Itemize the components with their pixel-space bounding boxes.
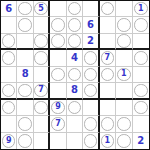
odd-circle — [134, 101, 148, 115]
cell-r6c5[interactable]: 8 — [67, 83, 83, 99]
odd-circle — [2, 34, 16, 48]
cell-r5c9[interactable] — [133, 67, 149, 83]
cell-r2c3[interactable] — [34, 17, 50, 33]
odd-circle — [18, 117, 32, 131]
odd-circle: 7 — [34, 84, 48, 98]
odd-circle: 5 — [34, 2, 48, 16]
given-digit: 5 — [38, 5, 44, 13]
cell-r6c3[interactable]: 7 — [34, 83, 50, 99]
odd-circle — [68, 18, 82, 32]
given-digit: 1 — [105, 137, 111, 145]
cell-r2c6[interactable]: 6 — [83, 17, 99, 33]
given-digit: 6 — [5, 4, 12, 14]
cell-r4c3[interactable] — [34, 50, 50, 66]
odd-circle — [117, 34, 131, 48]
given-digit: 2 — [137, 136, 144, 146]
odd-circle — [134, 51, 148, 65]
odd-circle — [84, 134, 98, 148]
cell-r3c1[interactable] — [1, 34, 17, 50]
cell-r6c6[interactable] — [83, 83, 99, 99]
cell-r4c6[interactable] — [83, 50, 99, 66]
cell-r3c4[interactable] — [50, 34, 66, 50]
cell-r3c5[interactable] — [67, 34, 83, 50]
given-digit: 7 — [105, 54, 111, 62]
cell-r3c9[interactable] — [133, 34, 149, 50]
given-digit: 4 — [71, 53, 78, 63]
given-digit: 8 — [71, 85, 78, 95]
odd-circle — [18, 2, 32, 16]
cell-r8c4[interactable]: 7 — [50, 116, 66, 132]
odd-circle — [34, 34, 48, 48]
cell-r7c8[interactable] — [116, 100, 132, 116]
odd-circle — [2, 84, 16, 98]
cell-r4c1[interactable] — [1, 50, 17, 66]
cell-r2c5[interactable] — [67, 17, 83, 33]
odd-circle — [68, 34, 82, 48]
cell-r3c3[interactable] — [34, 34, 50, 50]
cell-r5c1[interactable] — [1, 67, 17, 83]
odd-circle — [68, 68, 82, 82]
given-digit: 8 — [22, 69, 29, 79]
cell-r2c8[interactable] — [116, 17, 132, 33]
cell-r5c7[interactable] — [100, 67, 116, 83]
given-digit: 1 — [138, 5, 144, 13]
cell-r6c9[interactable] — [133, 83, 149, 99]
cell-r4c4[interactable] — [50, 50, 66, 66]
odd-circle — [68, 101, 82, 115]
cell-r7c5[interactable] — [67, 100, 83, 116]
odd-circle — [18, 84, 32, 98]
odd-circle: 9 — [2, 134, 16, 148]
given-digit: 2 — [87, 36, 94, 46]
cell-r6c1[interactable] — [1, 83, 17, 99]
cell-r6c4[interactable] — [50, 83, 66, 99]
odd-circle — [84, 51, 98, 65]
cell-r3c7[interactable] — [100, 34, 116, 50]
sudoku-board: 6516247817897912 — [0, 0, 150, 150]
cell-r9c7[interactable]: 1 — [100, 133, 116, 149]
cell-r9c2[interactable] — [17, 133, 33, 149]
odd-circle — [18, 134, 32, 148]
cell-r7c9[interactable] — [133, 100, 149, 116]
odd-circle — [2, 51, 16, 65]
cell-r8c5[interactable] — [67, 116, 83, 132]
odd-circle — [34, 101, 48, 115]
odd-circle — [101, 2, 115, 16]
cell-r3c8[interactable] — [116, 34, 132, 50]
given-digit: 7 — [38, 86, 44, 94]
odd-circle — [68, 2, 82, 16]
odd-circle — [117, 134, 131, 148]
cell-r2c2[interactable] — [17, 17, 33, 33]
odd-circle — [84, 84, 98, 98]
cell-r7c2[interactable] — [17, 100, 33, 116]
odd-circle — [34, 51, 48, 65]
odd-circle: 1 — [101, 134, 115, 148]
odd-circle: 9 — [51, 101, 65, 115]
odd-circle — [84, 68, 98, 82]
cell-r9c8[interactable] — [116, 133, 132, 149]
cell-r2c9[interactable] — [133, 17, 149, 33]
cell-r9c6[interactable] — [83, 133, 99, 149]
odd-circle: 7 — [51, 117, 65, 131]
cell-r8c7[interactable] — [100, 116, 116, 132]
cell-r8c8[interactable] — [116, 116, 132, 132]
odd-circle — [134, 18, 148, 32]
cell-r1c6[interactable] — [83, 1, 99, 17]
cell-r6c7[interactable] — [100, 83, 116, 99]
given-digit: 7 — [55, 120, 61, 128]
cell-r6c2[interactable] — [17, 83, 33, 99]
cell-r5c4[interactable] — [50, 67, 66, 83]
cell-r1c3[interactable]: 5 — [34, 1, 50, 17]
cell-r3c6[interactable]: 2 — [83, 34, 99, 50]
cell-r1c5[interactable] — [67, 1, 83, 17]
cell-r1c7[interactable] — [100, 1, 116, 17]
odd-circle — [101, 117, 115, 131]
cell-r5c2[interactable]: 8 — [17, 67, 33, 83]
odd-circle: 7 — [101, 51, 115, 65]
cell-r8c2[interactable] — [17, 116, 33, 132]
cell-r1c1[interactable]: 6 — [1, 1, 17, 17]
cell-r9c3[interactable] — [34, 133, 50, 149]
cell-r1c4[interactable] — [50, 1, 66, 17]
cell-r4c2[interactable] — [17, 50, 33, 66]
cell-r4c9[interactable] — [133, 50, 149, 66]
cell-r9c4[interactable] — [50, 133, 66, 149]
odd-circle — [18, 18, 32, 32]
cell-r9c9[interactable]: 2 — [133, 133, 149, 149]
cell-r8c3[interactable] — [34, 116, 50, 132]
cell-r8c6[interactable] — [83, 116, 99, 132]
cell-r4c8[interactable] — [116, 50, 132, 66]
odd-circle: 1 — [134, 2, 148, 16]
cell-r1c9[interactable]: 1 — [133, 1, 149, 17]
cell-r2c7[interactable] — [100, 17, 116, 33]
cell-r7c3[interactable] — [34, 100, 50, 116]
cell-r5c6[interactable] — [83, 67, 99, 83]
cell-r4c7[interactable]: 7 — [100, 50, 116, 66]
cell-r5c3[interactable] — [34, 67, 50, 83]
cell-r2c1[interactable] — [1, 17, 17, 33]
cell-r7c6[interactable] — [83, 100, 99, 116]
cell-r7c4[interactable]: 9 — [50, 100, 66, 116]
odd-circle — [51, 34, 65, 48]
odd-circle — [117, 117, 131, 131]
cell-r9c1[interactable]: 9 — [1, 133, 17, 149]
cell-r6c8[interactable] — [116, 83, 132, 99]
cell-r7c7[interactable] — [100, 100, 116, 116]
cell-r3c2[interactable] — [17, 34, 33, 50]
cell-r8c1[interactable] — [1, 116, 17, 132]
odd-circle — [51, 18, 65, 32]
cell-r1c8[interactable] — [116, 1, 132, 17]
cell-r5c8[interactable]: 1 — [116, 67, 132, 83]
given-digit: 9 — [6, 137, 12, 145]
given-digit: 6 — [87, 20, 94, 30]
cell-r4c5[interactable]: 4 — [67, 50, 83, 66]
odd-circle: 1 — [117, 68, 131, 82]
odd-circle — [51, 68, 65, 82]
cell-r8c9[interactable] — [133, 116, 149, 132]
odd-circle — [134, 84, 148, 98]
cell-r9c5[interactable] — [67, 133, 83, 149]
cell-r7c1[interactable] — [1, 100, 17, 116]
cell-r5c5[interactable] — [67, 67, 83, 83]
given-digit: 9 — [55, 103, 61, 111]
odd-circle — [2, 101, 16, 115]
odd-circle — [84, 117, 98, 131]
cell-r2c4[interactable] — [50, 17, 66, 33]
odd-circle — [117, 18, 131, 32]
given-digit: 1 — [121, 70, 127, 78]
cell-r1c2[interactable] — [17, 1, 33, 17]
odd-circle — [101, 68, 115, 82]
